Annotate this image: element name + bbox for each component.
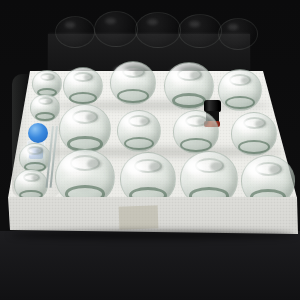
- cup-dimple-reflection: [255, 120, 267, 128]
- background-dim-jar-highlight: [65, 22, 75, 28]
- background-dim-jar: [135, 12, 181, 48]
- cup-highlight: [236, 119, 249, 131]
- background-dim-jar: [55, 16, 95, 48]
- cup-rim: [117, 89, 148, 103]
- cup-highlight: [33, 98, 41, 106]
- product-photo-stage: [0, 0, 300, 300]
- cup-rim: [172, 93, 206, 108]
- background-dim-jar: [94, 11, 138, 47]
- tape-patch: [119, 205, 159, 229]
- cup-rim: [69, 92, 96, 104]
- cup-dimple-reflection: [36, 148, 44, 153]
- cup-dimple-reflection: [32, 175, 41, 181]
- cup-highlight: [178, 117, 191, 129]
- cup-highlight: [170, 70, 184, 83]
- cup-dimple-reflection: [269, 165, 283, 174]
- background-dim-jar-highlight: [189, 21, 200, 27]
- cup-dimple-reflection: [134, 69, 146, 77]
- background-dim-jar: [178, 14, 222, 48]
- cup-dimple-reflection: [190, 71, 203, 80]
- cup-dimple-reflection: [87, 159, 102, 169]
- cup-dimple-reflection: [84, 74, 94, 81]
- background-dim-jar: [218, 18, 258, 50]
- blue-ball-cap: [28, 123, 48, 143]
- cup-highlight: [247, 163, 262, 177]
- cup-rim: [238, 140, 269, 154]
- cup-dimple-reflection: [197, 118, 209, 126]
- tray-ground-shadow: [10, 231, 295, 239]
- background-dim-jar-highlight: [228, 24, 238, 30]
- cup-highlight: [65, 112, 79, 125]
- cup-rim: [180, 138, 211, 152]
- cup-highlight: [115, 68, 128, 80]
- cup-dimple-reflection: [149, 162, 163, 172]
- cup-highlight: [126, 161, 141, 175]
- cup-highlight: [35, 74, 43, 82]
